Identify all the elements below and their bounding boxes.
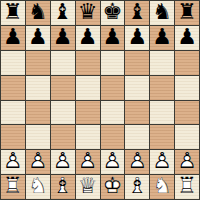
piece-outline: ♙	[28, 150, 48, 172]
square-d2[interactable]: ♟♙	[76, 150, 100, 174]
square-b1[interactable]: ♞♘	[26, 175, 50, 199]
square-g7[interactable]: ♟	[150, 26, 174, 50]
piece-glyph: ♝	[127, 1, 147, 23]
square-g6[interactable]	[150, 51, 174, 75]
white-pawn-piece[interactable]: ♟♙	[1, 150, 25, 174]
square-e6[interactable]	[101, 51, 125, 75]
piece-outline: ♖	[177, 175, 197, 197]
square-b3[interactable]	[26, 125, 50, 149]
white-bishop-piece[interactable]: ♝♗	[125, 175, 149, 199]
white-pawn-piece[interactable]: ♟♙	[175, 150, 199, 174]
piece-glyph: ♟	[78, 26, 98, 48]
white-pawn-piece[interactable]: ♟♙	[125, 150, 149, 174]
square-h8[interactable]: ♜	[175, 1, 199, 25]
square-h1[interactable]: ♜♖	[175, 175, 199, 199]
square-g5[interactable]	[150, 76, 174, 100]
square-c8[interactable]: ♝	[51, 1, 75, 25]
square-e4[interactable]	[101, 101, 125, 125]
square-d8[interactable]: ♛	[76, 1, 100, 25]
square-a4[interactable]	[1, 101, 25, 125]
square-e3[interactable]	[101, 125, 125, 149]
white-bishop-piece[interactable]: ♝♗	[51, 175, 75, 199]
square-f1[interactable]: ♝♗	[125, 175, 149, 199]
piece-outline: ♗	[127, 175, 147, 197]
square-g1[interactable]: ♞♘	[150, 175, 174, 199]
black-king-piece[interactable]: ♚	[101, 1, 125, 25]
square-h4[interactable]	[175, 101, 199, 125]
piece-outline: ♙	[152, 150, 172, 172]
square-a5[interactable]	[1, 76, 25, 100]
piece-glyph: ♜	[3, 1, 23, 23]
square-g3[interactable]	[150, 125, 174, 149]
square-f7[interactable]: ♟	[125, 26, 149, 50]
square-f3[interactable]	[125, 125, 149, 149]
black-knight-piece[interactable]: ♞	[26, 1, 50, 25]
square-e8[interactable]: ♚	[101, 1, 125, 25]
square-c4[interactable]	[51, 101, 75, 125]
square-c5[interactable]	[51, 76, 75, 100]
piece-outline: ♙	[78, 150, 98, 172]
square-c2[interactable]: ♟♙	[51, 150, 75, 174]
square-e2[interactable]: ♟♙	[101, 150, 125, 174]
piece-glyph: ♟	[3, 26, 23, 48]
white-pawn-piece[interactable]: ♟♙	[76, 150, 100, 174]
piece-glyph: ♝	[53, 1, 73, 23]
piece-glyph: ♟	[103, 26, 123, 48]
square-g2[interactable]: ♟♙	[150, 150, 174, 174]
piece-outline: ♙	[177, 150, 197, 172]
piece-outline: ♘	[28, 175, 48, 197]
square-d6[interactable]	[76, 51, 100, 75]
square-a1[interactable]: ♜♖	[1, 175, 25, 199]
square-h3[interactable]	[175, 125, 199, 149]
piece-outline: ♖	[3, 175, 23, 197]
square-a3[interactable]	[1, 125, 25, 149]
square-c1[interactable]: ♝♗	[51, 175, 75, 199]
square-h5[interactable]	[175, 76, 199, 100]
piece-glyph: ♚	[103, 1, 123, 23]
chess-board: ♜♞♝♛♚♝♞♜♟♟♟♟♟♟♟♟♟♙♟♙♟♙♟♙♟♙♟♙♟♙♟♙♜♖♞♘♝♗♛♕…	[0, 0, 200, 200]
piece-glyph: ♟	[28, 26, 48, 48]
piece-glyph: ♟	[177, 26, 197, 48]
square-h2[interactable]: ♟♙	[175, 150, 199, 174]
black-queen-piece[interactable]: ♛	[76, 1, 100, 25]
square-e5[interactable]	[101, 76, 125, 100]
piece-glyph: ♞	[152, 1, 172, 23]
black-rook-piece[interactable]: ♜	[175, 1, 199, 25]
white-pawn-piece[interactable]: ♟♙	[26, 150, 50, 174]
square-h6[interactable]	[175, 51, 199, 75]
square-d7[interactable]: ♟	[76, 26, 100, 50]
piece-outline: ♕	[78, 175, 98, 197]
black-pawn-piece[interactable]: ♟	[150, 26, 174, 50]
white-pawn-piece[interactable]: ♟♙	[101, 150, 125, 174]
square-g4[interactable]	[150, 101, 174, 125]
square-b5[interactable]	[26, 76, 50, 100]
piece-outline: ♙	[103, 150, 123, 172]
square-f8[interactable]: ♝	[125, 1, 149, 25]
white-rook-piece[interactable]: ♜♖	[1, 175, 25, 199]
square-c6[interactable]	[51, 51, 75, 75]
square-e7[interactable]: ♟	[101, 26, 125, 50]
piece-outline: ♙	[127, 150, 147, 172]
square-b7[interactable]: ♟	[26, 26, 50, 50]
square-a2[interactable]: ♟♙	[1, 150, 25, 174]
black-pawn-piece[interactable]: ♟	[175, 26, 199, 50]
square-b2[interactable]: ♟♙	[26, 150, 50, 174]
square-a6[interactable]	[1, 51, 25, 75]
square-b8[interactable]: ♞	[26, 1, 50, 25]
piece-outline: ♙	[3, 150, 23, 172]
black-knight-piece[interactable]: ♞	[150, 1, 174, 25]
square-c3[interactable]	[51, 125, 75, 149]
piece-glyph: ♟	[152, 26, 172, 48]
square-f2[interactable]: ♟♙	[125, 150, 149, 174]
piece-outline: ♔	[103, 175, 123, 197]
white-pawn-piece[interactable]: ♟♙	[150, 150, 174, 174]
square-c7[interactable]: ♟	[51, 26, 75, 50]
black-pawn-piece[interactable]: ♟	[76, 26, 100, 50]
piece-outline: ♗	[53, 175, 73, 197]
square-d3[interactable]	[76, 125, 100, 149]
piece-glyph: ♟	[127, 26, 147, 48]
black-pawn-piece[interactable]: ♟	[51, 26, 75, 50]
black-pawn-piece[interactable]: ♟	[1, 26, 25, 50]
black-pawn-piece[interactable]: ♟	[101, 26, 125, 50]
white-knight-piece[interactable]: ♞♘	[26, 175, 50, 199]
black-pawn-piece[interactable]: ♟	[26, 26, 50, 50]
white-knight-piece[interactable]: ♞♘	[150, 175, 174, 199]
white-pawn-piece[interactable]: ♟♙	[51, 150, 75, 174]
square-b6[interactable]	[26, 51, 50, 75]
piece-outline: ♘	[152, 175, 172, 197]
square-a8[interactable]: ♜	[1, 1, 25, 25]
square-f5[interactable]	[125, 76, 149, 100]
piece-glyph: ♟	[53, 26, 73, 48]
black-bishop-piece[interactable]: ♝	[125, 1, 149, 25]
square-a7[interactable]: ♟	[1, 26, 25, 50]
piece-outline: ♙	[53, 150, 73, 172]
piece-glyph: ♜	[177, 1, 197, 23]
square-g8[interactable]: ♞	[150, 1, 174, 25]
square-d4[interactable]	[76, 101, 100, 125]
black-bishop-piece[interactable]: ♝	[51, 1, 75, 25]
piece-glyph: ♛	[78, 1, 98, 23]
black-pawn-piece[interactable]: ♟	[125, 26, 149, 50]
square-d1[interactable]: ♛♕	[76, 175, 100, 199]
square-f4[interactable]	[125, 101, 149, 125]
square-d5[interactable]	[76, 76, 100, 100]
piece-glyph: ♞	[28, 1, 48, 23]
square-f6[interactable]	[125, 51, 149, 75]
black-rook-piece[interactable]: ♜	[1, 1, 25, 25]
white-king-piece[interactable]: ♚♔	[101, 175, 125, 199]
white-queen-piece[interactable]: ♛♕	[76, 175, 100, 199]
square-e1[interactable]: ♚♔	[101, 175, 125, 199]
white-rook-piece[interactable]: ♜♖	[175, 175, 199, 199]
square-h7[interactable]: ♟	[175, 26, 199, 50]
square-b4[interactable]	[26, 101, 50, 125]
